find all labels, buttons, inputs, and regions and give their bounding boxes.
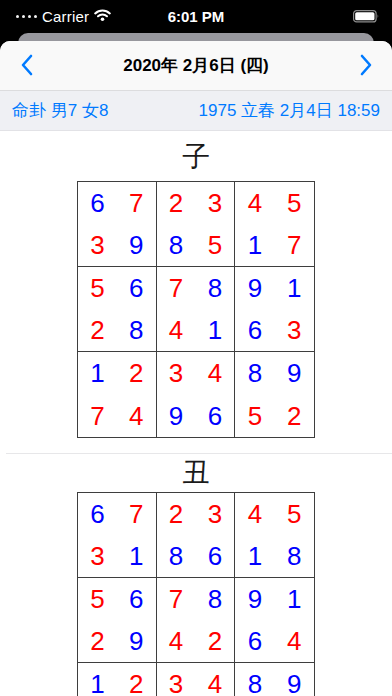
status-bar: Carrier 6:01 PM	[0, 0, 392, 32]
palace-cell: 89	[235, 663, 314, 696]
sheet: 2020年 2月6日 (四) 命卦 男7 女8 1975 立春 2月4日 18:…	[0, 41, 392, 696]
next-day-button[interactable]	[344, 41, 388, 91]
palace-cell: 34	[157, 663, 236, 696]
star-number: 7	[117, 493, 156, 535]
hour-branch-label-chou: 丑	[0, 454, 392, 492]
star-number: 6	[78, 182, 117, 224]
star-number: 2	[157, 493, 196, 535]
star-number: 6	[235, 309, 274, 351]
palace-cell: 4517	[235, 182, 314, 267]
clock: 6:01 PM	[0, 8, 392, 25]
star-number: 6	[195, 535, 234, 577]
flying-star-grid-chou: 673123864518562978429164123489	[77, 492, 315, 696]
star-number: 9	[157, 395, 196, 438]
star-number: 2	[117, 352, 156, 395]
star-number: 9	[275, 663, 314, 696]
palace-cell: 2385	[157, 182, 236, 267]
star-number: 1	[195, 309, 234, 351]
star-number: 9	[117, 224, 156, 266]
palace-cell: 9163	[235, 267, 314, 352]
star-number: 2	[117, 663, 156, 696]
star-number: 1	[235, 535, 274, 577]
star-number: 8	[195, 578, 234, 620]
palace-cell: 6739	[78, 182, 157, 267]
star-number: 7	[78, 395, 117, 438]
star-number: 8	[195, 267, 234, 309]
star-number: 8	[275, 535, 314, 577]
star-number: 3	[78, 535, 117, 577]
star-number: 5	[78, 267, 117, 309]
star-number: 1	[235, 224, 274, 266]
star-number: 5	[78, 578, 117, 620]
palace-cell: 2386	[157, 493, 236, 578]
palace-cell: 7841	[157, 267, 236, 352]
star-number: 7	[157, 578, 196, 620]
star-number: 7	[275, 224, 314, 266]
star-number: 1	[78, 352, 117, 395]
star-number: 6	[235, 620, 274, 662]
palace-cell: 3496	[157, 352, 236, 437]
star-number: 6	[195, 395, 234, 438]
palace-cell: 5629	[78, 578, 157, 663]
previous-day-button[interactable]	[4, 41, 48, 91]
star-number: 3	[195, 182, 234, 224]
star-number: 2	[78, 620, 117, 662]
date-title: 2020年 2月6日 (四)	[123, 54, 269, 77]
star-number: 4	[117, 395, 156, 438]
star-number: 6	[117, 267, 156, 309]
star-number: 1	[117, 535, 156, 577]
palace-cell: 9164	[235, 578, 314, 663]
star-number: 4	[195, 663, 234, 696]
star-number: 2	[275, 395, 314, 438]
chevron-right-icon	[360, 54, 373, 79]
star-number: 4	[195, 352, 234, 395]
star-number: 4	[235, 493, 274, 535]
star-number: 1	[275, 267, 314, 309]
star-number: 1	[78, 663, 117, 696]
birth-info-row: 命卦 男7 女8 1975 立春 2月4日 18:59	[0, 91, 392, 131]
palace-cell: 12	[78, 663, 157, 696]
star-number: 5	[235, 395, 274, 438]
flying-star-grid-zi: 673923854517562878419163127434968952	[77, 181, 315, 438]
palace-cell: 5628	[78, 267, 157, 352]
star-number: 3	[157, 352, 196, 395]
hour-branch-label-zi: 子	[0, 131, 392, 181]
star-number: 8	[235, 663, 274, 696]
star-number: 4	[275, 620, 314, 662]
app-screen: { "status_bar": { "carrier": "Carrier", …	[0, 0, 392, 696]
life-gua-label: 命卦 男7 女8	[12, 99, 108, 122]
star-number: 7	[117, 182, 156, 224]
star-number: 3	[195, 493, 234, 535]
star-number: 4	[157, 620, 196, 662]
palace-cell: 8952	[235, 352, 314, 437]
star-number: 3	[157, 663, 196, 696]
palace-cell: 4518	[235, 493, 314, 578]
star-number: 8	[235, 352, 274, 395]
star-number: 4	[157, 309, 196, 351]
star-number: 2	[78, 309, 117, 351]
star-number: 9	[235, 578, 274, 620]
star-number: 9	[235, 267, 274, 309]
star-number: 4	[235, 182, 274, 224]
star-number: 2	[157, 182, 196, 224]
star-number: 9	[117, 620, 156, 662]
star-number: 2	[195, 620, 234, 662]
star-number: 3	[275, 309, 314, 351]
star-number: 8	[157, 535, 196, 577]
star-number: 5	[275, 493, 314, 535]
palace-cell: 1274	[78, 352, 157, 437]
star-number: 9	[275, 352, 314, 395]
palace-cell: 6731	[78, 493, 157, 578]
star-number: 8	[117, 309, 156, 351]
star-number: 7	[157, 267, 196, 309]
charts-area: 子 673923854517562878419163127434968952 丑…	[0, 131, 392, 696]
star-number: 6	[78, 493, 117, 535]
chevron-left-icon	[20, 54, 33, 79]
star-number: 6	[117, 578, 156, 620]
battery-icon	[353, 10, 392, 23]
solar-term-label: 1975 立春 2月4日 18:59	[199, 99, 380, 122]
date-nav-bar: 2020年 2月6日 (四)	[0, 41, 392, 91]
star-number: 3	[78, 224, 117, 266]
star-number: 8	[157, 224, 196, 266]
star-number: 5	[195, 224, 234, 266]
palace-cell: 7842	[157, 578, 236, 663]
star-number: 1	[275, 578, 314, 620]
star-number: 5	[275, 182, 314, 224]
